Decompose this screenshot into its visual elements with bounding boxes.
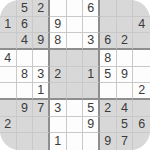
- sudoku-board: 526169449836248832159129735242956197: [0, 0, 150, 150]
- cell-r3c4[interactable]: 8: [50, 33, 67, 50]
- cell-r5c6[interactable]: 1: [83, 67, 100, 84]
- cell-r9c8[interactable]: 7: [117, 133, 134, 150]
- cell-r4c1[interactable]: 4: [0, 50, 17, 67]
- cell-r8c8[interactable]: 5: [117, 117, 134, 134]
- cell-r3c1[interactable]: [0, 33, 17, 50]
- cell-r7c4[interactable]: 3: [50, 100, 67, 117]
- cell-r2c2[interactable]: 6: [17, 17, 34, 34]
- cell-r6c2[interactable]: [17, 83, 34, 100]
- cell-r6c4[interactable]: [50, 83, 67, 100]
- cell-r8c9[interactable]: 6: [133, 117, 150, 134]
- cell-r8c6[interactable]: 9: [83, 117, 100, 134]
- cell-r5c7[interactable]: 5: [100, 67, 117, 84]
- cell-r9c2[interactable]: [17, 133, 34, 150]
- cell-r7c2[interactable]: 9: [17, 100, 34, 117]
- cell-r9c7[interactable]: 9: [100, 133, 117, 150]
- cell-r2c4[interactable]: 9: [50, 17, 67, 34]
- cell-r9c1[interactable]: [0, 133, 17, 150]
- cell-r3c6[interactable]: 3: [83, 33, 100, 50]
- cell-r3c9[interactable]: [133, 33, 150, 50]
- cell-r7c9[interactable]: [133, 100, 150, 117]
- cell-r8c7[interactable]: [100, 117, 117, 134]
- cell-r6c5[interactable]: [67, 83, 84, 100]
- cell-r6c6[interactable]: [83, 83, 100, 100]
- cell-r5c4[interactable]: 2: [50, 67, 67, 84]
- cell-r2c1[interactable]: 1: [0, 17, 17, 34]
- cell-r3c7[interactable]: 6: [100, 33, 117, 50]
- cell-r3c3[interactable]: 9: [33, 33, 50, 50]
- cell-r9c5[interactable]: [67, 133, 84, 150]
- cell-r2c6[interactable]: [83, 17, 100, 34]
- cell-r1c1[interactable]: [0, 0, 17, 17]
- cell-r5c3[interactable]: 3: [33, 67, 50, 84]
- cell-r8c3[interactable]: [33, 117, 50, 134]
- cell-r8c1[interactable]: 2: [0, 117, 17, 134]
- cell-r2c8[interactable]: [117, 17, 134, 34]
- cell-r1c8[interactable]: [117, 0, 134, 17]
- cell-r9c6[interactable]: [83, 133, 100, 150]
- cell-r7c6[interactable]: 5: [83, 100, 100, 117]
- cell-r7c7[interactable]: 2: [100, 100, 117, 117]
- cell-r2c7[interactable]: [100, 17, 117, 34]
- cell-r5c9[interactable]: [133, 67, 150, 84]
- cell-r3c8[interactable]: 2: [117, 33, 134, 50]
- cell-r8c4[interactable]: [50, 117, 67, 134]
- cell-r6c3[interactable]: 1: [33, 83, 50, 100]
- cell-r4c3[interactable]: [33, 50, 50, 67]
- cell-r4c4[interactable]: [50, 50, 67, 67]
- cell-r4c9[interactable]: [133, 50, 150, 67]
- cell-r2c3[interactable]: [33, 17, 50, 34]
- cell-r6c1[interactable]: [0, 83, 17, 100]
- cell-r8c2[interactable]: [17, 117, 34, 134]
- cell-r7c1[interactable]: [0, 100, 17, 117]
- cell-r7c3[interactable]: 7: [33, 100, 50, 117]
- cell-r4c7[interactable]: 8: [100, 50, 117, 67]
- cell-r2c9[interactable]: 4: [133, 17, 150, 34]
- cell-r3c5[interactable]: [67, 33, 84, 50]
- cell-r6c8[interactable]: [117, 83, 134, 100]
- cell-r4c6[interactable]: [83, 50, 100, 67]
- cell-r1c6[interactable]: 6: [83, 0, 100, 17]
- cell-r9c4[interactable]: 1: [50, 133, 67, 150]
- cell-r7c8[interactable]: 4: [117, 100, 134, 117]
- cell-r5c8[interactable]: 9: [117, 67, 134, 84]
- cell-r4c8[interactable]: [117, 50, 134, 67]
- cell-r1c5[interactable]: [67, 0, 84, 17]
- cell-r6c7[interactable]: [100, 83, 117, 100]
- cell-r5c2[interactable]: 8: [17, 67, 34, 84]
- cell-r3c2[interactable]: 4: [17, 33, 34, 50]
- cell-r4c5[interactable]: [67, 50, 84, 67]
- cell-r6c9[interactable]: 2: [133, 83, 150, 100]
- cell-r7c5[interactable]: [67, 100, 84, 117]
- cell-r1c9[interactable]: [133, 0, 150, 17]
- cell-r5c1[interactable]: [0, 67, 17, 84]
- cell-r8c5[interactable]: [67, 117, 84, 134]
- cell-r1c2[interactable]: 5: [17, 0, 34, 17]
- cell-r2c5[interactable]: [67, 17, 84, 34]
- cell-r4c2[interactable]: [17, 50, 34, 67]
- cell-r1c7[interactable]: [100, 0, 117, 17]
- cell-r9c3[interactable]: [33, 133, 50, 150]
- cell-r9c9[interactable]: [133, 133, 150, 150]
- cell-r1c3[interactable]: 2: [33, 0, 50, 17]
- cell-r5c5[interactable]: [67, 67, 84, 84]
- cell-r1c4[interactable]: [50, 0, 67, 17]
